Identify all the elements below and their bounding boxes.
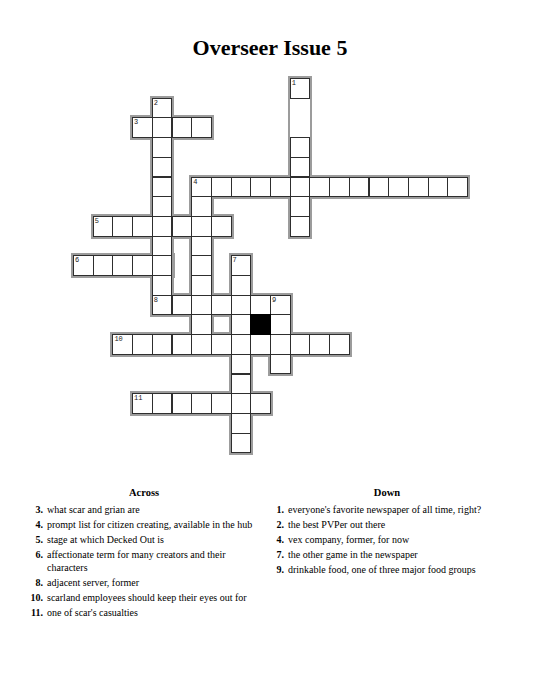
grid-cell[interactable] (270, 295, 291, 316)
clue-text: scarland employees should keep their eye… (47, 591, 260, 604)
grid-cell[interactable] (231, 374, 252, 395)
clue-text: the other game in the newspaper (288, 548, 500, 561)
grid-cell[interactable] (152, 334, 173, 355)
grid-cell[interactable] (231, 433, 252, 454)
grid-cell[interactable] (112, 216, 133, 237)
grid-cell[interactable] (191, 393, 212, 414)
clue-down-4: 4.vex company, former, for now (274, 533, 500, 546)
clue-down-9: 9.drinkable food, one of three major foo… (274, 563, 500, 576)
down-clues-section: Down 1.everyone's favorite newspaper of … (274, 486, 500, 578)
grid-cell[interactable] (329, 177, 350, 198)
grid-cell[interactable] (93, 216, 114, 237)
grid-cell[interactable] (191, 314, 212, 335)
grid-cell[interactable] (270, 314, 291, 335)
grid-cell[interactable] (290, 216, 311, 237)
clue-across-8: 8.adjacent server, former (28, 576, 260, 589)
grid-cell[interactable] (132, 216, 153, 237)
grid-cell[interactable] (231, 393, 252, 414)
clue-down-1: 1.everyone's favorite newspaper of all t… (274, 503, 500, 516)
grid-cell[interactable] (428, 177, 449, 198)
grid-cell[interactable] (191, 236, 212, 257)
grid-cell[interactable] (112, 334, 133, 355)
grid-cell[interactable] (112, 255, 133, 276)
clue-text: adjacent server, former (47, 576, 260, 589)
black-cell (250, 314, 271, 335)
grid-cell[interactable] (132, 117, 153, 138)
grid-cell[interactable] (191, 177, 212, 198)
grid-cell[interactable] (93, 255, 114, 276)
grid-cell[interactable] (132, 255, 153, 276)
clue-text: what scar and grian are (47, 503, 260, 516)
grid-cell[interactable] (172, 393, 193, 414)
clue-text: one of scar's casualties (47, 606, 260, 619)
grid-cell[interactable] (231, 334, 252, 355)
grid-cell[interactable] (309, 334, 330, 355)
grid-cell[interactable] (290, 78, 311, 99)
clue-number: 4. (28, 518, 43, 531)
grid-cell[interactable] (270, 177, 291, 198)
grid-cell[interactable] (329, 334, 350, 355)
clue-number: 8. (28, 576, 43, 589)
grid-cell[interactable] (191, 295, 212, 316)
grid-cell[interactable] (211, 216, 232, 237)
grid-cell[interactable] (231, 413, 252, 434)
grid-cell[interactable] (231, 314, 252, 335)
grid-cell[interactable] (152, 275, 173, 296)
grid-cell[interactable] (191, 216, 212, 237)
down-clue-list: 1.everyone's favorite newspaper of all t… (274, 503, 500, 576)
grid-cell[interactable] (172, 334, 193, 355)
grid-cell[interactable] (231, 255, 252, 276)
clue-number: 10. (28, 591, 43, 604)
down-header: Down (274, 486, 500, 499)
grid-cell[interactable] (152, 196, 173, 217)
grid-cell[interactable] (250, 177, 271, 198)
clue-number: 7. (274, 548, 284, 561)
grid-cell[interactable] (290, 137, 311, 158)
clue-number: 5. (28, 533, 43, 546)
clue-number: 9. (274, 563, 284, 576)
clue-across-3: 3.what scar and grian are (28, 503, 260, 516)
grid-cell[interactable] (152, 216, 173, 237)
grid-cell[interactable] (211, 295, 232, 316)
grid-cell[interactable] (250, 334, 271, 355)
grid-cell[interactable] (250, 295, 271, 316)
grid-cell[interactable] (152, 157, 173, 178)
grid-cell[interactable] (290, 196, 311, 217)
grid-cell[interactable] (231, 354, 252, 375)
grid-cell[interactable] (172, 295, 193, 316)
grid-cell[interactable] (447, 177, 468, 198)
clue-number: 2. (274, 518, 284, 531)
clue-text: the best PVPer out there (288, 518, 500, 531)
grid-cell[interactable] (152, 117, 173, 138)
grid-cell[interactable] (231, 295, 252, 316)
grid-cell[interactable] (152, 177, 173, 198)
clue-text: affectionate term for many creators and … (47, 548, 260, 574)
grid-cell[interactable] (408, 177, 429, 198)
grid-cell[interactable] (172, 117, 193, 138)
grid-cell[interactable] (290, 334, 311, 355)
grid-cell[interactable] (211, 393, 232, 414)
grid-cell[interactable] (191, 196, 212, 217)
crossword-board: 1234567891011 (73, 78, 468, 453)
clue-across-11: 11.one of scar's casualties (28, 606, 260, 619)
across-clues-section: Across 3.what scar and grian are4.prompt… (28, 486, 260, 621)
grid-cell[interactable] (211, 177, 232, 198)
grid-cell[interactable] (73, 255, 94, 276)
grid-cell[interactable] (349, 177, 370, 198)
grid-cell[interactable] (191, 117, 212, 138)
grid-cell[interactable] (152, 98, 173, 119)
grid-cell[interactable] (191, 275, 212, 296)
clue-number: 1. (274, 503, 284, 516)
clue-across-5: 5.stage at which Decked Out is (28, 533, 260, 546)
clue-across-10: 10.scarland employees should keep their … (28, 591, 260, 604)
clue-text: vex company, former, for now (288, 533, 500, 546)
clue-text: prompt list for citizen creating, availa… (47, 518, 260, 531)
clue-number: 11. (28, 606, 43, 619)
clue-text: stage at which Decked Out is (47, 533, 260, 546)
grid-cell[interactable] (172, 216, 193, 237)
grid-cell[interactable] (191, 334, 212, 355)
grid-cell[interactable] (290, 157, 311, 178)
grid-cell[interactable] (231, 275, 252, 296)
grid-cell[interactable] (290, 177, 311, 198)
grid-cell[interactable] (388, 177, 409, 198)
grid-cell[interactable] (369, 177, 390, 198)
across-clue-list: 3.what scar and grian are4.prompt list f… (28, 503, 260, 619)
grid-cell[interactable] (152, 255, 173, 276)
crossword-page: { "game": "crossword", "title": "Oversee… (0, 0, 540, 699)
grid-cell[interactable] (250, 393, 271, 414)
clue-number: 4. (274, 533, 284, 546)
grid-cell[interactable] (132, 393, 153, 414)
grid-cell[interactable] (270, 334, 291, 355)
clue-down-2: 2.the best PVPer out there (274, 518, 500, 531)
clue-text: everyone's favorite newspaper of all tim… (288, 503, 500, 516)
clue-down-7: 7.the other game in the newspaper (274, 548, 500, 561)
grid-cell[interactable] (191, 255, 212, 276)
clue-text: drinkable food, one of three major food … (288, 563, 500, 576)
grid-cell[interactable] (152, 295, 173, 316)
clue-across-4: 4.prompt list for citizen creating, avai… (28, 518, 260, 531)
across-header: Across (28, 486, 260, 499)
grid-cell[interactable] (132, 334, 153, 355)
grid-cell[interactable] (270, 354, 291, 375)
grid-cell[interactable] (231, 177, 252, 198)
clue-number: 6. (28, 548, 43, 574)
grid-cell[interactable] (152, 236, 173, 257)
clue-across-6: 6.affectionate term for many creators an… (28, 548, 260, 574)
grid-cell[interactable] (211, 334, 232, 355)
grid-cell[interactable] (152, 137, 173, 158)
clue-number: 3. (28, 503, 43, 516)
puzzle-title: Overseer Issue 5 (0, 36, 540, 60)
grid-cell[interactable] (152, 393, 173, 414)
grid-cell[interactable] (309, 177, 330, 198)
